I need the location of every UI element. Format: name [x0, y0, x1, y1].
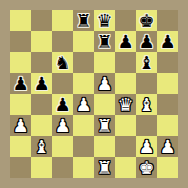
square-e7[interactable]: ♜ — [94, 31, 115, 52]
square-a6[interactable] — [10, 52, 31, 73]
square-g8[interactable]: ♚ — [136, 10, 157, 31]
square-b6[interactable] — [31, 52, 52, 73]
white-pawn[interactable]: ♟ — [138, 136, 154, 157]
square-c4[interactable]: ♟ — [52, 94, 73, 115]
black-queen[interactable]: ♛ — [96, 10, 112, 31]
square-c5[interactable] — [52, 73, 73, 94]
square-b7[interactable] — [31, 31, 52, 52]
white-pawn[interactable]: ♟ — [12, 115, 28, 136]
square-g7[interactable]: ♟ — [136, 31, 157, 52]
square-g6[interactable]: ♝ — [136, 52, 157, 73]
black-king[interactable]: ♚ — [138, 10, 154, 31]
square-c1[interactable] — [52, 157, 73, 178]
board-frame: ♜♛♚♜♟♟♟♞♝♟♟♟♟♟♛♝♟♟♜♝♟♟♜♚ — [0, 0, 188, 188]
square-a4[interactable] — [10, 94, 31, 115]
white-pawn[interactable]: ♟ — [159, 136, 175, 157]
square-e5[interactable]: ♟ — [94, 73, 115, 94]
black-bishop[interactable]: ♝ — [138, 52, 154, 73]
square-d3[interactable] — [73, 115, 94, 136]
square-c7[interactable] — [52, 31, 73, 52]
square-b2[interactable]: ♝ — [31, 136, 52, 157]
square-d4[interactable]: ♟ — [73, 94, 94, 115]
black-rook[interactable]: ♜ — [75, 10, 91, 31]
white-bishop[interactable]: ♝ — [33, 136, 49, 157]
square-g5[interactable] — [136, 73, 157, 94]
square-a1[interactable] — [10, 157, 31, 178]
white-pawn[interactable]: ♟ — [75, 94, 91, 115]
square-b1[interactable] — [31, 157, 52, 178]
black-rook[interactable]: ♜ — [96, 31, 112, 52]
square-a3[interactable]: ♟ — [10, 115, 31, 136]
square-b5[interactable]: ♟ — [31, 73, 52, 94]
square-b4[interactable] — [31, 94, 52, 115]
square-f4[interactable]: ♛ — [115, 94, 136, 115]
white-pawn[interactable]: ♟ — [54, 115, 70, 136]
square-h5[interactable] — [157, 73, 178, 94]
square-e6[interactable] — [94, 52, 115, 73]
black-pawn[interactable]: ♟ — [54, 94, 70, 115]
black-pawn[interactable]: ♟ — [159, 31, 175, 52]
white-queen[interactable]: ♛ — [117, 94, 133, 115]
square-a5[interactable]: ♟ — [10, 73, 31, 94]
square-d7[interactable] — [73, 31, 94, 52]
square-c3[interactable]: ♟ — [52, 115, 73, 136]
square-f5[interactable] — [115, 73, 136, 94]
square-d1[interactable] — [73, 157, 94, 178]
square-f2[interactable] — [115, 136, 136, 157]
white-pawn[interactable]: ♟ — [96, 73, 112, 94]
square-h1[interactable] — [157, 157, 178, 178]
square-h4[interactable] — [157, 94, 178, 115]
black-pawn[interactable]: ♟ — [12, 73, 28, 94]
square-e2[interactable] — [94, 136, 115, 157]
square-g3[interactable] — [136, 115, 157, 136]
square-e1[interactable]: ♜ — [94, 157, 115, 178]
square-f1[interactable] — [115, 157, 136, 178]
square-c6[interactable]: ♞ — [52, 52, 73, 73]
square-d6[interactable] — [73, 52, 94, 73]
square-d2[interactable] — [73, 136, 94, 157]
white-rook[interactable]: ♜ — [96, 115, 112, 136]
square-f8[interactable] — [115, 10, 136, 31]
square-e3[interactable]: ♜ — [94, 115, 115, 136]
square-a2[interactable] — [10, 136, 31, 157]
square-h7[interactable]: ♟ — [157, 31, 178, 52]
square-e4[interactable] — [94, 94, 115, 115]
square-e8[interactable]: ♛ — [94, 10, 115, 31]
white-king[interactable]: ♚ — [138, 157, 154, 178]
black-pawn[interactable]: ♟ — [117, 31, 133, 52]
square-g1[interactable]: ♚ — [136, 157, 157, 178]
square-a7[interactable] — [10, 31, 31, 52]
square-h6[interactable] — [157, 52, 178, 73]
black-knight[interactable]: ♞ — [54, 52, 70, 73]
black-pawn[interactable]: ♟ — [33, 73, 49, 94]
square-b3[interactable] — [31, 115, 52, 136]
square-c8[interactable] — [52, 10, 73, 31]
black-pawn[interactable]: ♟ — [138, 31, 154, 52]
white-rook[interactable]: ♜ — [96, 157, 112, 178]
square-h2[interactable]: ♟ — [157, 136, 178, 157]
square-c2[interactable] — [52, 136, 73, 157]
square-g2[interactable]: ♟ — [136, 136, 157, 157]
square-d8[interactable]: ♜ — [73, 10, 94, 31]
square-a8[interactable] — [10, 10, 31, 31]
square-h8[interactable] — [157, 10, 178, 31]
square-f7[interactable]: ♟ — [115, 31, 136, 52]
square-h3[interactable] — [157, 115, 178, 136]
white-bishop[interactable]: ♝ — [138, 94, 154, 115]
square-b8[interactable] — [31, 10, 52, 31]
square-d5[interactable] — [73, 73, 94, 94]
chess-board: ♜♛♚♜♟♟♟♞♝♟♟♟♟♟♛♝♟♟♜♝♟♟♜♚ — [10, 10, 178, 178]
square-g4[interactable]: ♝ — [136, 94, 157, 115]
square-f3[interactable] — [115, 115, 136, 136]
square-f6[interactable] — [115, 52, 136, 73]
